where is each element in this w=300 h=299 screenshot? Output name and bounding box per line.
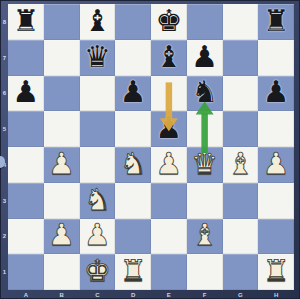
black-pawn[interactable]: ♟ — [263, 77, 290, 107]
square-b4[interactable]: ♟ — [44, 147, 80, 183]
square-b1[interactable] — [44, 254, 80, 290]
square-b6[interactable] — [44, 76, 80, 112]
square-e5[interactable]: ♟ — [151, 111, 187, 147]
square-e7[interactable]: ♝ — [151, 40, 187, 76]
square-h3[interactable] — [258, 183, 294, 219]
square-a7[interactable] — [8, 40, 44, 76]
square-f7[interactable]: ♟ — [187, 40, 223, 76]
square-g6[interactable] — [223, 76, 259, 112]
white-pawn[interactable]: ♟ — [155, 149, 182, 179]
white-pawn[interactable]: ♟ — [48, 149, 75, 179]
square-a4[interactable] — [8, 147, 44, 183]
black-pawn[interactable]: ♟ — [191, 42, 218, 72]
square-f3[interactable] — [187, 183, 223, 219]
square-g5[interactable] — [223, 111, 259, 147]
square-e6[interactable] — [151, 76, 187, 112]
white-pawn[interactable]: ♟ — [84, 220, 111, 250]
square-c3[interactable]: ♞ — [80, 183, 116, 219]
file-label-h: H — [274, 292, 278, 298]
square-c5[interactable] — [80, 111, 116, 147]
rank-label-8: 8 — [1, 19, 8, 25]
square-h5[interactable] — [258, 111, 294, 147]
square-g8[interactable] — [223, 4, 259, 40]
white-king[interactable]: ♚ — [84, 256, 111, 286]
file-label-f: F — [203, 292, 207, 298]
file-label-a: A — [24, 292, 28, 298]
square-d2[interactable] — [115, 219, 151, 255]
square-d1[interactable]: ♜ — [115, 254, 151, 290]
square-h8[interactable]: ♜ — [258, 4, 294, 40]
square-g3[interactable] — [223, 183, 259, 219]
square-c1[interactable]: ♚ — [80, 254, 116, 290]
square-f6[interactable]: ♞ — [187, 76, 223, 112]
white-pawn[interactable]: ♟ — [48, 220, 75, 250]
black-pawn[interactable]: ♟ — [155, 113, 182, 143]
rank-label-2: 2 — [1, 233, 8, 239]
square-a3[interactable] — [8, 183, 44, 219]
file-label-e: E — [167, 292, 171, 298]
square-g7[interactable] — [223, 40, 259, 76]
file-label-d: D — [131, 292, 135, 298]
square-d4[interactable]: ♞ — [115, 147, 151, 183]
square-f2[interactable]: ♝ — [187, 219, 223, 255]
square-e4[interactable]: ♟ — [151, 147, 187, 183]
square-d5[interactable] — [115, 111, 151, 147]
square-d3[interactable] — [115, 183, 151, 219]
square-e2[interactable] — [151, 219, 187, 255]
black-bishop[interactable]: ♝ — [155, 42, 182, 72]
square-a1[interactable] — [8, 254, 44, 290]
square-h2[interactable] — [258, 219, 294, 255]
white-knight[interactable]: ♞ — [120, 149, 147, 179]
square-g2[interactable] — [223, 219, 259, 255]
black-king[interactable]: ♚ — [155, 6, 182, 36]
white-bishop[interactable]: ♝ — [227, 149, 254, 179]
rank-label-3: 3 — [1, 198, 8, 204]
square-f1[interactable] — [187, 254, 223, 290]
square-a5[interactable] — [8, 111, 44, 147]
square-a6[interactable]: ♟ — [8, 76, 44, 112]
square-f5[interactable] — [187, 111, 223, 147]
square-f4[interactable]: ♛ — [187, 147, 223, 183]
rank-label-1: 1 — [1, 269, 8, 275]
white-pawn[interactable]: ♟ — [263, 149, 290, 179]
file-label-g: G — [238, 292, 243, 298]
square-e1[interactable] — [151, 254, 187, 290]
square-c8[interactable]: ♝ — [80, 4, 116, 40]
white-rook[interactable]: ♜ — [263, 256, 290, 286]
rank-label-5: 5 — [1, 126, 8, 132]
rank-label-6: 6 — [1, 90, 8, 96]
black-queen[interactable]: ♛ — [84, 42, 111, 72]
square-h4[interactable]: ♟ — [258, 147, 294, 183]
square-d7[interactable] — [115, 40, 151, 76]
black-rook[interactable]: ♜ — [263, 6, 290, 36]
white-knight[interactable]: ♞ — [84, 185, 111, 215]
square-c4[interactable] — [80, 147, 116, 183]
white-queen[interactable]: ♛ — [191, 149, 218, 179]
black-bishop[interactable]: ♝ — [84, 6, 111, 36]
square-h6[interactable]: ♟ — [258, 76, 294, 112]
black-pawn[interactable]: ♟ — [120, 77, 147, 107]
chess-board-diagram: ♜♝♚♜♛♝♟♟♟♞♟♟♟♞♟♛♝♟♞♟♟♝♚♜♜ 87654321 ABCDE… — [0, 0, 300, 299]
square-c6[interactable] — [80, 76, 116, 112]
square-a2[interactable] — [8, 219, 44, 255]
square-g1[interactable] — [223, 254, 259, 290]
square-e8[interactable]: ♚ — [151, 4, 187, 40]
white-bishop[interactable]: ♝ — [191, 220, 218, 250]
square-b8[interactable] — [44, 4, 80, 40]
square-b3[interactable] — [44, 183, 80, 219]
file-label-c: C — [95, 292, 99, 298]
square-h1[interactable]: ♜ — [258, 254, 294, 290]
chess-board: ♜♝♚♜♛♝♟♟♟♞♟♟♟♞♟♛♝♟♞♟♟♝♚♜♜ — [8, 4, 294, 290]
square-c7[interactable]: ♛ — [80, 40, 116, 76]
square-b7[interactable] — [44, 40, 80, 76]
black-pawn[interactable]: ♟ — [12, 77, 39, 107]
rank-label-7: 7 — [1, 55, 8, 61]
square-h7[interactable] — [258, 40, 294, 76]
square-b5[interactable] — [44, 111, 80, 147]
square-f8[interactable] — [187, 4, 223, 40]
square-c2[interactable]: ♟ — [80, 219, 116, 255]
black-rook[interactable]: ♜ — [12, 6, 39, 36]
square-d6[interactable]: ♟ — [115, 76, 151, 112]
square-a8[interactable]: ♜ — [8, 4, 44, 40]
white-rook[interactable]: ♜ — [120, 256, 147, 286]
file-label-b: B — [59, 292, 63, 298]
square-d8[interactable] — [115, 4, 151, 40]
square-b2[interactable]: ♟ — [44, 219, 80, 255]
square-e3[interactable] — [151, 183, 187, 219]
black-knight[interactable]: ♞ — [191, 77, 218, 107]
square-g4[interactable]: ♝ — [223, 147, 259, 183]
